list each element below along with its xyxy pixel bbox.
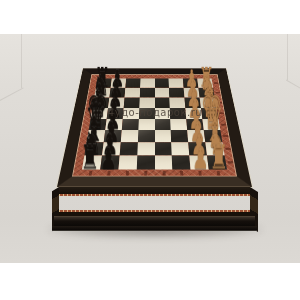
square-b6 [119, 142, 137, 155]
square-b4 [155, 142, 173, 155]
square-a7: ♟ [100, 156, 119, 170]
chess-board-grid: ♜♟♟♜♞♟♟♞♝♟♟♝♚♟♟♚♛♟♟♛♝♟♟♝♞♟♟♞♜♟♟♜ [57, 68, 252, 187]
square-g4 [155, 88, 170, 98]
square-a1: ♜ [207, 156, 227, 170]
square-b3 [171, 142, 189, 155]
square-c4 [155, 130, 172, 142]
square-d3 [170, 119, 187, 131]
square-a2: ♟ [190, 156, 209, 170]
square-g3 [169, 88, 184, 98]
box-front [59, 186, 250, 231]
square-a5 [136, 156, 154, 170]
square-c5 [138, 130, 155, 142]
square-g5 [139, 88, 154, 98]
white-rook: ♜ [209, 141, 228, 174]
product-photo: ♜♟♟♜♞♟♟♞♝♟♟♝♚♟♟♚♛♟♟♛♝♟♟♝♞♟♟♞♜♟♟♜ 4удо-по… [0, 0, 300, 300]
square-c3 [171, 130, 189, 142]
square-d5 [138, 119, 154, 131]
chess-board-top: ♜♟♟♜♞♟♟♞♝♟♟♝♚♟♟♚♛♟♟♛♝♟♟♝♞♟♟♞♜♟♟♜ [57, 68, 252, 187]
floral-ornament-band [59, 196, 250, 210]
base-lip [52, 226, 257, 231]
square-b5 [137, 142, 155, 155]
black-pawn: ♟ [100, 144, 117, 173]
square-h5 [140, 79, 155, 88]
box-front-upper [59, 187, 250, 194]
black-rook: ♜ [81, 141, 100, 174]
square-d6 [122, 119, 139, 131]
white-pawn: ♟ [192, 144, 209, 173]
square-g6 [124, 88, 139, 98]
base-molding [54, 216, 255, 226]
square-a3 [172, 156, 191, 170]
watermark: 4удо-подарок.ru [108, 107, 202, 118]
square-c6 [121, 130, 139, 142]
square-a8: ♜ [82, 156, 102, 170]
square-d4 [155, 119, 171, 131]
square-h3 [169, 79, 184, 88]
square-a4 [155, 156, 173, 170]
board-scene: ♜♟♟♜♞♟♟♞♝♟♟♝♚♟♟♚♛♟♟♛♝♟♟♝♞♟♟♞♜♟♟♜ [0, 0, 300, 300]
square-a6 [118, 156, 137, 170]
square-h4 [155, 79, 170, 88]
square-h6 [125, 79, 140, 88]
